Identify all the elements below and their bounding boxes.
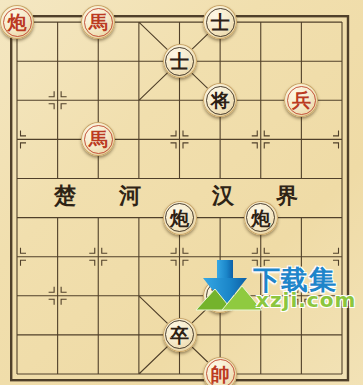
piece-glyph: 炮 — [170, 200, 189, 234]
piece-glyph: 炮 — [8, 5, 27, 39]
piece-black-advisor[interactable]: 士 — [203, 5, 237, 39]
xiangqi-board: 楚 河 汉 界 炮馬士士将兵馬炮炮卒卒帥 下载集 xzji.com — [0, 0, 363, 385]
piece-red-general[interactable]: 帥 — [203, 357, 237, 385]
piece-red-horse[interactable]: 馬 — [81, 122, 115, 156]
piece-glyph: 卒 — [170, 317, 189, 351]
piece-glyph: 兵 — [292, 83, 311, 117]
piece-glyph: 馬 — [89, 5, 108, 39]
piece-black-soldier[interactable]: 卒 — [163, 318, 197, 352]
piece-glyph: 帥 — [211, 356, 230, 385]
piece-black-general[interactable]: 将 — [203, 83, 237, 117]
piece-glyph: 士 — [170, 44, 189, 78]
piece-glyph: 将 — [211, 83, 230, 117]
piece-red-cannon[interactable]: 炮 — [0, 5, 34, 39]
piece-black-cannon[interactable]: 炮 — [244, 201, 278, 235]
piece-glyph: 士 — [211, 5, 230, 39]
piece-red-soldier[interactable]: 兵 — [284, 83, 318, 117]
piece-layer: 炮馬士士将兵馬炮炮卒卒帥 — [0, 3, 362, 385]
piece-glyph: 馬 — [89, 122, 108, 156]
piece-red-horse[interactable]: 馬 — [81, 5, 115, 39]
piece-glyph: 炮 — [251, 200, 270, 234]
piece-black-cannon[interactable]: 炮 — [163, 201, 197, 235]
piece-black-advisor[interactable]: 士 — [163, 44, 197, 78]
watermark-site-link: xzji.com — [256, 288, 356, 312]
